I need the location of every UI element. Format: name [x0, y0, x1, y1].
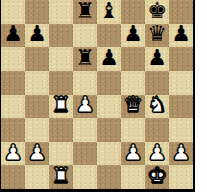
square-g3[interactable]	[145, 118, 169, 142]
square-a8[interactable]	[1, 0, 25, 24]
square-d5[interactable]	[73, 71, 97, 95]
square-f2[interactable]: ♟	[121, 142, 145, 166]
square-a6[interactable]	[1, 47, 25, 71]
square-e4[interactable]	[97, 95, 121, 119]
square-d2[interactable]	[73, 142, 97, 166]
square-a1[interactable]	[1, 165, 25, 189]
square-g1[interactable]: ♚	[145, 165, 169, 189]
square-g4[interactable]: ♞	[145, 95, 169, 119]
square-f7[interactable]: ♟	[121, 24, 145, 48]
square-a2[interactable]: ♟	[1, 142, 25, 166]
square-b1[interactable]	[25, 165, 49, 189]
square-c1[interactable]: ♜	[49, 165, 73, 189]
square-c3[interactable]	[49, 118, 73, 142]
square-g6[interactable]: ♟	[145, 47, 169, 71]
white-pawn: ♟	[27, 142, 47, 164]
white-rook: ♜	[51, 95, 71, 117]
square-d8[interactable]: ♜	[73, 0, 97, 24]
square-e1[interactable]	[97, 165, 121, 189]
square-f8[interactable]	[121, 0, 145, 24]
white-pawn: ♟	[147, 142, 167, 164]
black-pawn: ♟	[123, 24, 143, 46]
square-d4[interactable]: ♟	[73, 95, 97, 119]
square-b4[interactable]	[25, 95, 49, 119]
square-d6[interactable]: ♜	[73, 47, 97, 71]
square-h5[interactable]	[169, 71, 193, 95]
black-pawn: ♟	[3, 24, 23, 46]
square-e2[interactable]	[97, 142, 121, 166]
square-e5[interactable]	[97, 71, 121, 95]
square-g5[interactable]	[145, 71, 169, 95]
black-bishop: ♝	[99, 0, 119, 22]
square-b7[interactable]: ♟	[25, 24, 49, 48]
square-f1[interactable]	[121, 165, 145, 189]
square-c8[interactable]	[49, 0, 73, 24]
black-rook: ♜	[75, 0, 95, 22]
square-h7[interactable]: ♟	[169, 24, 193, 48]
square-a5[interactable]	[1, 71, 25, 95]
white-pawn: ♟	[75, 95, 95, 117]
square-f6[interactable]	[121, 47, 145, 71]
square-e3[interactable]	[97, 118, 121, 142]
square-h4[interactable]	[169, 95, 193, 119]
black-rook: ♜	[75, 47, 95, 69]
black-queen: ♛	[147, 24, 167, 46]
square-b2[interactable]: ♟	[25, 142, 49, 166]
square-h1[interactable]	[169, 165, 193, 189]
square-d1[interactable]	[73, 165, 97, 189]
square-h8[interactable]	[169, 0, 193, 24]
square-h3[interactable]	[169, 118, 193, 142]
square-g7[interactable]: ♛	[145, 24, 169, 48]
square-c5[interactable]	[49, 71, 73, 95]
square-a3[interactable]	[1, 118, 25, 142]
white-king: ♚	[147, 165, 167, 187]
white-pawn: ♟	[123, 142, 143, 164]
square-c4[interactable]: ♜	[49, 95, 73, 119]
square-b5[interactable]	[25, 71, 49, 95]
square-e6[interactable]: ♟	[97, 47, 121, 71]
black-pawn: ♟	[147, 47, 167, 69]
white-pawn: ♟	[3, 142, 23, 164]
square-a7[interactable]: ♟	[1, 24, 25, 48]
square-f4[interactable]: ♛	[121, 95, 145, 119]
square-e8[interactable]: ♝	[97, 0, 121, 24]
black-pawn: ♟	[27, 24, 47, 46]
square-d7[interactable]	[73, 24, 97, 48]
square-b3[interactable]	[25, 118, 49, 142]
black-pawn: ♟	[171, 24, 191, 46]
square-g8[interactable]: ♚	[145, 0, 169, 24]
square-c2[interactable]	[49, 142, 73, 166]
chess-app-window: ♜♝♚♟♟♟♛♟♜♟♟♜♟♛♞♟♟♟♟♟♜♚	[0, 0, 207, 192]
square-c6[interactable]	[49, 47, 73, 71]
white-rook: ♜	[51, 165, 71, 187]
square-h6[interactable]	[169, 47, 193, 71]
black-king: ♚	[147, 0, 167, 22]
square-h2[interactable]: ♟	[169, 142, 193, 166]
square-f5[interactable]	[121, 71, 145, 95]
black-pawn: ♟	[99, 47, 119, 69]
square-g2[interactable]: ♟	[145, 142, 169, 166]
square-a4[interactable]	[1, 95, 25, 119]
chess-board: ♜♝♚♟♟♟♛♟♜♟♟♜♟♛♞♟♟♟♟♟♜♚	[0, 0, 195, 192]
square-b6[interactable]	[25, 47, 49, 71]
square-d3[interactable]	[73, 118, 97, 142]
square-e7[interactable]	[97, 24, 121, 48]
white-knight: ♞	[147, 95, 167, 117]
square-b8[interactable]	[25, 0, 49, 24]
square-f3[interactable]	[121, 118, 145, 142]
white-pawn: ♟	[171, 142, 191, 164]
white-queen: ♛	[123, 95, 143, 117]
square-c7[interactable]	[49, 24, 73, 48]
